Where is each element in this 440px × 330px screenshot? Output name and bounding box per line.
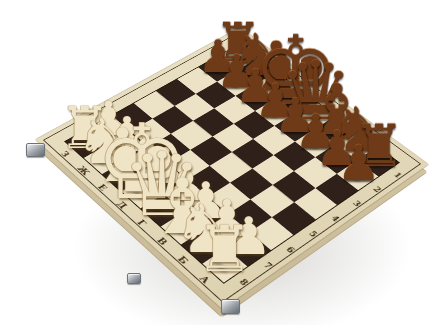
clasp-latch xyxy=(221,299,240,314)
dark-pawn[interactable]: ♟ xyxy=(337,139,381,188)
clasp-latch xyxy=(26,143,45,157)
clasp-latch xyxy=(127,273,141,284)
light-rook[interactable]: ♜ xyxy=(196,217,253,281)
chess-photo: ЗЖЕДГВБА 12345678 ♜♞♝♚♛♝♞♜♟♟♟♟♟♟♟♟♟♟♟♟♟♟… xyxy=(0,0,440,330)
